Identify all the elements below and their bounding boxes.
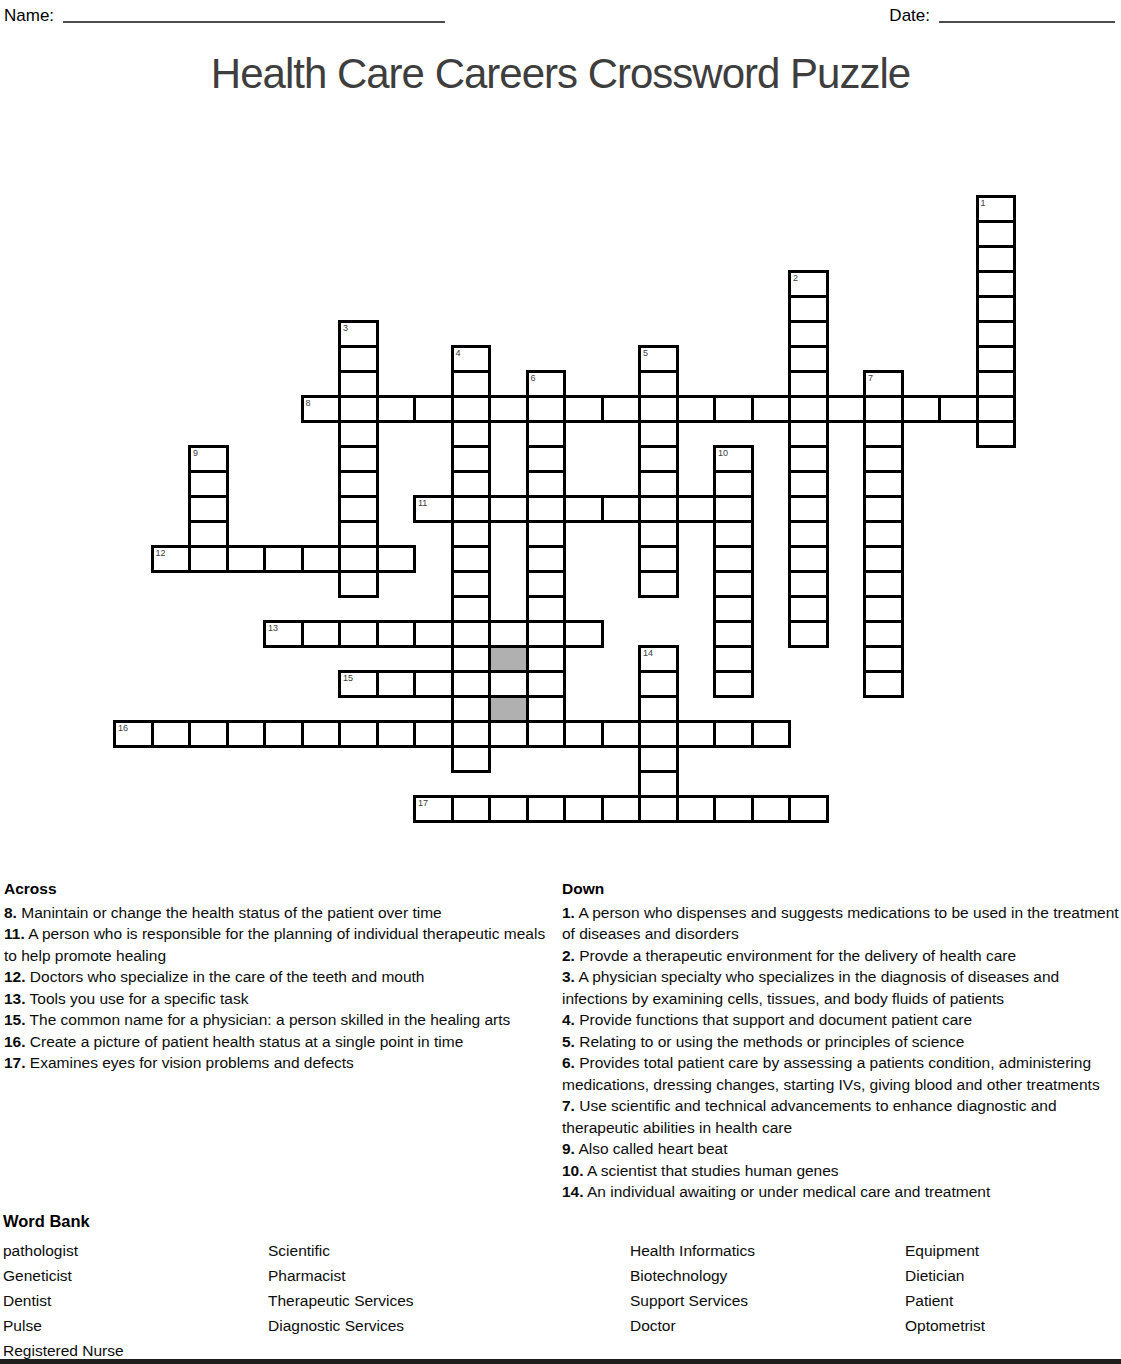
grid-cell[interactable]: [188, 720, 229, 748]
clue-number: 3: [343, 323, 348, 333]
grid-cell[interactable]: [526, 395, 567, 423]
clue-number: 7: [868, 373, 873, 383]
clue-number: 16: [118, 723, 128, 733]
grid-cell[interactable]: [976, 270, 1017, 298]
grid-cell[interactable]: [526, 520, 567, 548]
grid-cell[interactable]: [413, 395, 454, 423]
grid-cell[interactable]: 3: [338, 320, 379, 348]
clue-number-label: 16.: [4, 1033, 26, 1050]
grid-cell[interactable]: [788, 320, 829, 348]
word-bank-heading: Word Bank: [3, 1212, 90, 1231]
grid-cell[interactable]: [376, 720, 417, 748]
grid-cell[interactable]: [863, 570, 904, 598]
grid-cell[interactable]: [638, 570, 679, 598]
grid-cell[interactable]: [451, 445, 492, 473]
clue-number-label: 11.: [4, 925, 25, 942]
word-bank-item: Patient: [905, 1288, 985, 1313]
grid-cell[interactable]: [676, 795, 717, 823]
clue-number: 1: [981, 198, 986, 208]
word-bank-item: Pulse: [3, 1313, 124, 1338]
clue-number: 15: [343, 673, 353, 683]
grid-cell[interactable]: [976, 370, 1017, 398]
clue-number-label: 9.: [562, 1140, 575, 1157]
clue-number-label: 7.: [562, 1097, 575, 1114]
grid-cell[interactable]: 16: [113, 720, 154, 748]
grid-cell[interactable]: 12: [151, 545, 192, 573]
clue-number: 9: [193, 448, 198, 458]
grid-cell[interactable]: [451, 370, 492, 398]
clue-down-2: 2. Provde a therapeutic environment for …: [562, 945, 1119, 967]
grid-cell[interactable]: 9: [188, 445, 229, 473]
grid-cell[interactable]: [413, 620, 454, 648]
grid-cell[interactable]: [976, 220, 1017, 248]
clue-number: 4: [456, 348, 461, 358]
grid-cell[interactable]: [713, 595, 754, 623]
grid-cell[interactable]: [526, 595, 567, 623]
grid-cell[interactable]: 11: [413, 495, 454, 523]
grid-cell[interactable]: [788, 495, 829, 523]
grid-cell[interactable]: [788, 395, 829, 423]
grid-cell[interactable]: [788, 595, 829, 623]
grid-cell[interactable]: 6: [526, 370, 567, 398]
grid-cell[interactable]: [563, 495, 604, 523]
clue-number: 8: [306, 398, 311, 408]
word-bank-item: pathologist: [3, 1238, 124, 1263]
word-bank-item: Diagnostic Services: [268, 1313, 414, 1338]
clue-number: 6: [531, 373, 536, 383]
grid-cell[interactable]: 17: [413, 795, 454, 823]
grid-cell[interactable]: 14: [638, 645, 679, 673]
grid-cell[interactable]: [451, 495, 492, 523]
grid-cell[interactable]: [751, 720, 792, 748]
grid-cell[interactable]: 8: [301, 395, 342, 423]
grid-cell[interactable]: [788, 520, 829, 548]
grid-cell[interactable]: [713, 620, 754, 648]
clue-number: 10: [718, 448, 728, 458]
clue-number: 5: [643, 348, 648, 358]
worksheet-page: Name: Date: Health Care Careers Crosswor…: [0, 0, 1121, 1364]
grid-cell[interactable]: [601, 720, 642, 748]
grid-cell[interactable]: [526, 495, 567, 523]
grid-cell[interactable]: [488, 395, 529, 423]
grid-cell[interactable]: [526, 795, 567, 823]
grid-cell[interactable]: [563, 795, 604, 823]
word-bank-column: pathologistGeneticistDentistPulseRegiste…: [3, 1238, 124, 1363]
clue-number: 17: [418, 798, 428, 808]
word-bank-item: Optometrist: [905, 1313, 985, 1338]
grid-cell[interactable]: [338, 720, 379, 748]
word-bank-item: Dietician: [905, 1263, 985, 1288]
grid-cell[interactable]: [788, 570, 829, 598]
grid-cell[interactable]: [488, 670, 529, 698]
grid-cell[interactable]: [451, 570, 492, 598]
word-bank-item: Equipment: [905, 1238, 985, 1263]
grid-cell[interactable]: [338, 520, 379, 548]
clue-number-label: 4.: [562, 1011, 575, 1028]
grid-cell[interactable]: 1: [976, 195, 1017, 223]
grid-cell[interactable]: [488, 495, 529, 523]
grid-cell[interactable]: 5: [638, 345, 679, 373]
clue-number: 13: [268, 623, 278, 633]
grid-cell[interactable]: [638, 670, 679, 698]
grid-cell[interactable]: [901, 395, 942, 423]
grid-cell[interactable]: 7: [863, 370, 904, 398]
grid-cell[interactable]: [451, 795, 492, 823]
grid-cell[interactable]: 4: [451, 345, 492, 373]
grid-cell[interactable]: [301, 620, 342, 648]
clue-number: 12: [156, 548, 166, 558]
grid-cell[interactable]: [601, 495, 642, 523]
grid-cell[interactable]: [188, 545, 229, 573]
down-clues-section: Down 1. A person who dispenses and sugge…: [562, 878, 1119, 1203]
grid-cell[interactable]: [638, 420, 679, 448]
clue-number-label: 2.: [562, 947, 575, 964]
grid-cell[interactable]: [338, 470, 379, 498]
grid-cell[interactable]: [376, 620, 417, 648]
grid-cell[interactable]: [413, 670, 454, 698]
clue-number: 11: [418, 498, 427, 508]
name-label: Name:: [4, 6, 54, 25]
grid-cell[interactable]: [863, 520, 904, 548]
date-label: Date:: [889, 6, 930, 25]
grid-cell[interactable]: [451, 470, 492, 498]
grid-cell[interactable]: [863, 445, 904, 473]
clue-number-label: 17.: [4, 1054, 26, 1071]
grid-cell[interactable]: [713, 520, 754, 548]
grid-cell[interactable]: [563, 620, 604, 648]
word-bank-item: Scientific: [268, 1238, 414, 1263]
word-bank-item: Therapeutic Services: [268, 1288, 414, 1313]
grid-cell[interactable]: [601, 795, 642, 823]
grid-cell[interactable]: [526, 620, 567, 648]
grid-cell[interactable]: [451, 520, 492, 548]
grid-cell[interactable]: [638, 695, 679, 723]
grid-cell[interactable]: [338, 420, 379, 448]
crossword-grid: 1234567891011121314151617: [113, 195, 1016, 823]
grid-cell[interactable]: [638, 445, 679, 473]
clue-across-8: 8. Manintain or change the health status…: [4, 902, 556, 924]
grid-cell[interactable]: [488, 620, 529, 648]
date-field: Date:: [889, 6, 1115, 26]
grid-cell[interactable]: [338, 445, 379, 473]
grid-cell[interactable]: [563, 395, 604, 423]
grid-cell[interactable]: [638, 495, 679, 523]
grid-cell[interactable]: [526, 695, 567, 723]
clue-number-label: 10.: [562, 1162, 584, 1179]
grid-cell[interactable]: [638, 470, 679, 498]
grid-cell[interactable]: [451, 670, 492, 698]
word-bank-column: EquipmentDieticianPatientOptometrist: [905, 1238, 985, 1338]
clue-number: 14: [643, 648, 653, 658]
clue-number-label: 14.: [562, 1183, 584, 1200]
grid-cell[interactable]: [713, 395, 754, 423]
grid-cell[interactable]: [301, 720, 342, 748]
grid-cell[interactable]: [226, 720, 267, 748]
word-bank-item: Dentist: [3, 1288, 124, 1313]
grid-cell[interactable]: [451, 420, 492, 448]
name-field: Name:: [4, 6, 445, 26]
clue-across-15: 15. The common name for a physician: a p…: [4, 1009, 556, 1031]
clue-across-13: 13. Tools you use for a specific task: [4, 988, 556, 1010]
grid-cell[interactable]: [976, 345, 1017, 373]
blocked-cell: [488, 645, 529, 673]
date-blank-line: [939, 7, 1115, 23]
grid-cell[interactable]: [526, 645, 567, 673]
clue-down-10: 10. A scientist that studies human genes: [562, 1160, 1119, 1182]
grid-cell[interactable]: [451, 720, 492, 748]
grid-cell[interactable]: [713, 670, 754, 698]
grid-cell[interactable]: [413, 720, 454, 748]
grid-cell[interactable]: [526, 720, 567, 748]
clue-down-5: 5. Relating to or using the methods or p…: [562, 1031, 1119, 1053]
grid-cell[interactable]: [263, 545, 304, 573]
grid-cell[interactable]: [226, 545, 267, 573]
grid-cell[interactable]: [713, 720, 754, 748]
clue-down-14: 14. An individual awaiting or under medi…: [562, 1181, 1119, 1203]
grid-cell[interactable]: [563, 720, 604, 748]
grid-cell[interactable]: [676, 395, 717, 423]
grid-cell[interactable]: 13: [263, 620, 304, 648]
clue-down-7: 7. Use scientific and technical advancem…: [562, 1095, 1119, 1138]
grid-cell[interactable]: [188, 470, 229, 498]
grid-cell[interactable]: [863, 595, 904, 623]
word-bank-item: Doctor: [630, 1313, 755, 1338]
word-bank-column: Health InformaticsBiotechnologySupport S…: [630, 1238, 755, 1338]
clue-number-label: 12.: [4, 968, 26, 985]
grid-cell[interactable]: [788, 295, 829, 323]
grid-cell[interactable]: [526, 445, 567, 473]
clue-number-label: 15.: [4, 1011, 26, 1028]
grid-cell[interactable]: [451, 545, 492, 573]
grid-cell[interactable]: [638, 770, 679, 798]
across-clue-list: 8. Manintain or change the health status…: [4, 902, 556, 1074]
grid-cell[interactable]: [826, 395, 867, 423]
grid-cell[interactable]: [863, 495, 904, 523]
clue-number-label: 3.: [562, 968, 575, 985]
grid-cell[interactable]: [713, 645, 754, 673]
grid-cell[interactable]: [338, 370, 379, 398]
grid-cell[interactable]: [676, 495, 717, 523]
grid-cell[interactable]: [788, 420, 829, 448]
grid-cell[interactable]: [488, 720, 529, 748]
name-blank-line: [63, 7, 445, 23]
grid-cell[interactable]: [451, 620, 492, 648]
grid-cell[interactable]: [976, 395, 1017, 423]
grid-cell[interactable]: [751, 795, 792, 823]
grid-cell[interactable]: 15: [338, 670, 379, 698]
grid-cell[interactable]: [788, 545, 829, 573]
grid-cell[interactable]: [638, 520, 679, 548]
grid-cell[interactable]: [601, 395, 642, 423]
grid-cell[interactable]: [301, 545, 342, 573]
grid-cell[interactable]: [338, 545, 379, 573]
clue-down-6: 6. Provides total patient care by assess…: [562, 1052, 1119, 1095]
grid-cell[interactable]: [788, 370, 829, 398]
grid-cell[interactable]: [713, 570, 754, 598]
grid-cell[interactable]: [863, 545, 904, 573]
word-bank-item: Support Services: [630, 1288, 755, 1313]
grid-cell[interactable]: [976, 245, 1017, 273]
clue-across-12: 12. Doctors who specialize in the care o…: [4, 966, 556, 988]
grid-cell[interactable]: [338, 570, 379, 598]
grid-cell[interactable]: [788, 620, 829, 648]
page-title: Health Care Careers Crossword Puzzle: [0, 50, 1121, 98]
grid-cell[interactable]: 2: [788, 270, 829, 298]
grid-cell[interactable]: [751, 395, 792, 423]
grid-cell[interactable]: [976, 320, 1017, 348]
clue-down-1: 1. A person who dispenses and suggests m…: [562, 902, 1119, 945]
clue-down-4: 4. Provide functions that support and do…: [562, 1009, 1119, 1031]
word-bank-item: Biotechnology: [630, 1263, 755, 1288]
grid-cell[interactable]: [451, 745, 492, 773]
grid-cell[interactable]: [376, 670, 417, 698]
grid-cell[interactable]: [638, 395, 679, 423]
grid-cell[interactable]: [338, 395, 379, 423]
grid-cell[interactable]: [713, 795, 754, 823]
grid-cell[interactable]: [788, 795, 829, 823]
grid-cell[interactable]: [676, 720, 717, 748]
grid-cell[interactable]: [376, 545, 417, 573]
grid-cell[interactable]: [788, 345, 829, 373]
bottom-edge-bar: [0, 1359, 1121, 1364]
grid-cell[interactable]: [188, 520, 229, 548]
grid-cell[interactable]: [263, 720, 304, 748]
grid-cell[interactable]: [638, 545, 679, 573]
word-bank-item: Pharmacist: [268, 1263, 414, 1288]
clue-across-11: 11. A person who is responsible for the …: [4, 923, 556, 966]
grid-cell[interactable]: [863, 620, 904, 648]
grid-cell[interactable]: [338, 620, 379, 648]
grid-cell[interactable]: [526, 670, 567, 698]
grid-cell[interactable]: [863, 470, 904, 498]
word-bank-column: ScientificPharmacistTherapeutic Services…: [268, 1238, 414, 1338]
grid-cell[interactable]: [976, 295, 1017, 323]
clue-number-label: 1.: [562, 904, 575, 921]
grid-cell[interactable]: [863, 645, 904, 673]
grid-cell[interactable]: [788, 470, 829, 498]
grid-cell[interactable]: [638, 370, 679, 398]
clue-down-9: 9. Also called heart beat: [562, 1138, 1119, 1160]
grid-cell[interactable]: 10: [713, 445, 754, 473]
grid-cell[interactable]: [488, 795, 529, 823]
grid-cell[interactable]: [451, 595, 492, 623]
grid-cell[interactable]: [713, 470, 754, 498]
grid-cell[interactable]: [938, 395, 979, 423]
grid-cell[interactable]: [976, 420, 1017, 448]
down-clue-list: 1. A person who dispenses and suggests m…: [562, 902, 1119, 1203]
grid-cell[interactable]: [638, 745, 679, 773]
grid-cell[interactable]: [788, 445, 829, 473]
clue-down-3: 3. A physician specialty who specializes…: [562, 966, 1119, 1009]
clue-number-label: 5.: [562, 1033, 575, 1050]
grid-cell[interactable]: [526, 470, 567, 498]
grid-cell[interactable]: [451, 695, 492, 723]
blocked-cell: [488, 695, 529, 723]
grid-cell[interactable]: [526, 420, 567, 448]
grid-cell[interactable]: [863, 670, 904, 698]
across-heading: Across: [4, 878, 556, 900]
grid-cell[interactable]: [451, 645, 492, 673]
grid-cell[interactable]: [376, 395, 417, 423]
clue-number-label: 13.: [4, 990, 26, 1007]
grid-cell[interactable]: [526, 570, 567, 598]
clue-across-16: 16. Create a picture of patient health s…: [4, 1031, 556, 1053]
grid-cell[interactable]: [451, 395, 492, 423]
grid-cell[interactable]: [188, 495, 229, 523]
word-bank-item: Geneticist: [3, 1263, 124, 1288]
grid-cell[interactable]: [526, 545, 567, 573]
down-heading: Down: [562, 878, 1119, 900]
grid-cell[interactable]: [638, 720, 679, 748]
grid-cell[interactable]: [713, 545, 754, 573]
clue-number-label: 8.: [4, 904, 17, 921]
grid-cell[interactable]: [338, 345, 379, 373]
clue-across-17: 17. Examines eyes for vision problems an…: [4, 1052, 556, 1074]
grid-cell[interactable]: [638, 795, 679, 823]
grid-cell[interactable]: [338, 495, 379, 523]
sheet-header: Name: Date:: [4, 6, 1115, 36]
grid-cell[interactable]: [863, 395, 904, 423]
grid-cell[interactable]: [713, 495, 754, 523]
clue-number-label: 6.: [562, 1054, 575, 1071]
grid-cell[interactable]: [151, 720, 192, 748]
word-bank-item: Health Informatics: [630, 1238, 755, 1263]
grid-cell[interactable]: [863, 420, 904, 448]
across-clues-section: Across 8. Manintain or change the health…: [4, 878, 556, 1074]
clue-number: 2: [793, 273, 798, 283]
